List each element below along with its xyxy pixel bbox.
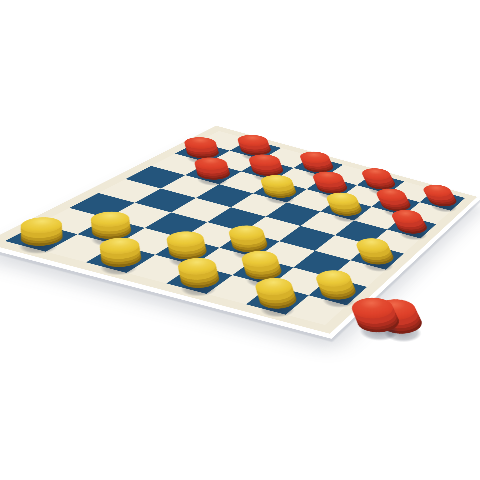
scene bbox=[0, 0, 480, 480]
checkers-mat bbox=[5, 131, 465, 325]
